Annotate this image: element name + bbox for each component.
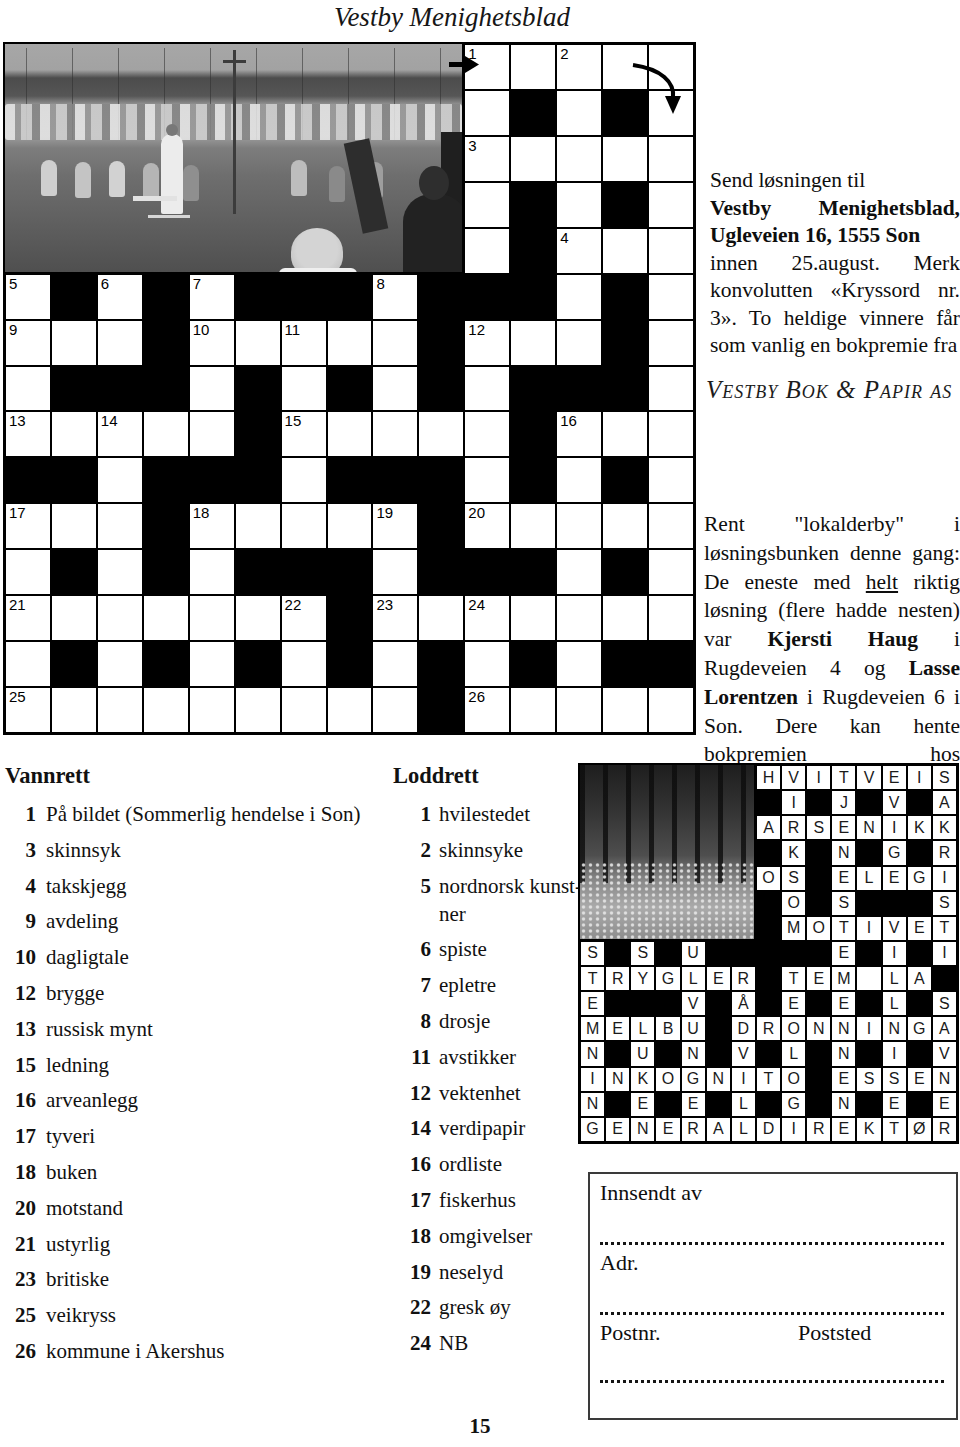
cell-r7c1[interactable]: 9 (5, 320, 51, 366)
cell-r6c9[interactable]: 8 (372, 274, 418, 320)
cell-r8c9[interactable] (372, 366, 418, 412)
cell-r14c15 (648, 641, 694, 687)
cell-r10c8 (327, 457, 373, 503)
cell-r14c10 (418, 641, 464, 687)
cell-r11c12: I (856, 1016, 881, 1041)
cell-r10c4 (143, 457, 189, 503)
cell-r14c9: G (781, 1092, 806, 1117)
cell-r4c14 (602, 182, 648, 228)
grid-number-16: 16 (560, 413, 577, 429)
cell-r13c4: O (655, 1067, 680, 1092)
cell-r10c11[interactable] (464, 457, 510, 503)
cell-r8c15[interactable] (648, 366, 694, 412)
cell-r1c13[interactable]: 2 (556, 44, 602, 90)
solution-letter: N (606, 1068, 629, 1091)
cell-r3c13[interactable] (556, 136, 602, 182)
cell-r10c12 (856, 991, 881, 1016)
cell-r8c14 (907, 941, 932, 966)
cell-r9c8[interactable] (327, 411, 373, 457)
solution-letter: O (656, 1068, 679, 1091)
cell-r14c9[interactable] (372, 641, 418, 687)
cell-r15c5[interactable] (189, 687, 235, 733)
cell-r5c14: G (907, 866, 932, 891)
cell-r15c7[interactable] (281, 687, 327, 733)
solution-letter: K (857, 1118, 880, 1141)
clue-number: 21 (5, 1230, 36, 1258)
cell-r15c6[interactable] (235, 687, 281, 733)
solution-letter: I (883, 942, 906, 965)
cell-r9c3[interactable]: 14 (97, 411, 143, 457)
cell-r14c7[interactable] (281, 641, 327, 687)
cell-r11c14[interactable] (602, 503, 648, 549)
cell-r14c12 (510, 641, 556, 687)
clue-text: avdeling (46, 907, 396, 935)
solution-letter: L (883, 992, 906, 1015)
cell-r9c6 (235, 411, 281, 457)
cell-r12c2 (605, 1041, 630, 1066)
cell-r15c2[interactable] (51, 687, 97, 733)
clue-text: omgivelser (439, 1222, 585, 1250)
cell-r4c15[interactable] (648, 182, 694, 228)
solution-letter: N (807, 1017, 830, 1040)
clue-number: 9 (5, 907, 36, 935)
cell-r13c6[interactable] (235, 595, 281, 641)
solution-letter: I (782, 791, 805, 814)
cell-r14c14 (602, 641, 648, 687)
cell-r11c2[interactable] (51, 503, 97, 549)
cell-r12c1[interactable] (5, 549, 51, 595)
cell-r15c5: R (681, 1117, 706, 1142)
solution-letter: K (782, 841, 805, 864)
down-items: 1hvilestedet2skinnsyke5nordnorsk kunst­n… (393, 800, 585, 1357)
across-clue-3: 3skinnsyk (5, 836, 397, 864)
cell-r10c7[interactable] (281, 457, 327, 503)
cell-r15c3[interactable] (97, 687, 143, 733)
cell-r7c4 (143, 320, 189, 366)
cell-r3c15[interactable] (648, 136, 694, 182)
cell-r10c12 (510, 457, 556, 503)
cell-r13c12[interactable] (510, 595, 556, 641)
name-field-line[interactable] (600, 1242, 944, 1245)
solution-letter: E (581, 992, 604, 1015)
address-field-line[interactable] (600, 1312, 944, 1315)
cell-r8c2 (51, 366, 97, 412)
crossword-puzzle-board[interactable]: 1234567891011121314151617181920212223242… (3, 42, 696, 735)
cell-r10c14 (907, 991, 932, 1016)
solution-letter: I (933, 867, 956, 890)
cell-r8c5[interactable] (189, 366, 235, 412)
cell-r13c9[interactable]: 23 (372, 595, 418, 641)
solution-letter: M (782, 917, 805, 940)
solution-letter: N (832, 1042, 855, 1065)
solution-letter: S (933, 892, 956, 915)
cell-r6c15[interactable] (648, 274, 694, 320)
cell-r15c14[interactable] (602, 687, 648, 733)
solution-letter: G (908, 867, 931, 890)
cell-r1c14: I (907, 765, 932, 790)
cell-r5c13[interactable]: 4 (556, 228, 602, 274)
cell-r14c5[interactable] (189, 641, 235, 687)
down-clue-14: 14verdipapir (393, 1114, 585, 1142)
cell-r11c11[interactable]: 20 (464, 503, 510, 549)
cell-r1c9: V (781, 765, 806, 790)
solution-letter: O (807, 917, 830, 940)
clue-number: 19 (393, 1258, 431, 1286)
down-clue-22: 22gresk øy (393, 1293, 585, 1321)
cell-r9c11[interactable] (464, 411, 510, 457)
cell-r11c15[interactable] (648, 503, 694, 549)
solution-letter: V (782, 766, 805, 789)
entry-form: Innsendt av Adr. Postnr. Poststed (588, 1172, 958, 1420)
cell-r8c12 (856, 941, 881, 966)
cell-r12c4 (143, 549, 189, 595)
cell-r1c13: E (882, 765, 907, 790)
cell-r1c11[interactable]: 1 (464, 44, 510, 90)
cell-r15c4[interactable] (143, 687, 189, 733)
solution-letter: B (656, 1017, 679, 1040)
solution-letter: A (933, 791, 956, 814)
solution-letter: A (908, 967, 931, 990)
cell-r9c10[interactable] (418, 411, 464, 457)
cell-r15c15[interactable] (648, 687, 694, 733)
solution-letter: K (631, 1068, 654, 1091)
cell-r10c15[interactable] (648, 457, 694, 503)
cell-r2c8 (756, 790, 781, 815)
solution-letter: G (908, 1017, 931, 1040)
cell-r14c3[interactable] (97, 641, 143, 687)
cell-r11c5[interactable]: 18 (189, 503, 235, 549)
solution-letter: E (807, 967, 830, 990)
cell-r13c14[interactable] (602, 595, 648, 641)
cell-r2c9: I (781, 790, 806, 815)
clue-text: spiste (439, 935, 585, 963)
solution-letter: E (908, 1068, 931, 1091)
solution-letter: N (933, 1068, 956, 1091)
cell-r9c5[interactable] (189, 411, 235, 457)
clue-number: 14 (393, 1114, 431, 1142)
solution-letter: G (883, 841, 906, 864)
cell-r8c1[interactable] (5, 366, 51, 412)
clue-text: motstand (46, 1194, 396, 1222)
cell-r8c8 (756, 941, 781, 966)
solution-letter: S (832, 892, 855, 915)
page-title: Vestby Menighetsblad (0, 2, 904, 33)
postal-field-line[interactable] (600, 1380, 944, 1383)
cell-r11c14: G (907, 1016, 932, 1041)
cell-r9c4[interactable] (143, 411, 189, 457)
cell-r5c15[interactable] (648, 228, 694, 274)
cell-r13c14: E (907, 1067, 932, 1092)
cell-r2c11: J (831, 790, 856, 815)
cell-r8c11: E (831, 941, 856, 966)
cell-r8c6 (235, 366, 281, 412)
cell-r12c9: L (781, 1041, 806, 1066)
solution-letter: R (732, 967, 755, 990)
cell-r7c7[interactable]: 11 (281, 320, 327, 366)
cell-r15c9[interactable] (372, 687, 418, 733)
cell-r7c15[interactable] (648, 320, 694, 366)
solution-letter: G (581, 1118, 604, 1141)
cell-r10c3[interactable] (97, 457, 143, 503)
solution-letter: S (807, 816, 830, 839)
cell-r7c13[interactable] (556, 320, 602, 366)
solution-letter: I (732, 1068, 755, 1091)
solution-letter: J (832, 791, 855, 814)
solution-letter: V (682, 992, 705, 1015)
solution-letter: H (757, 766, 780, 789)
clue-text: takskjegg (46, 872, 396, 900)
cell-r8c1: S (580, 941, 605, 966)
cell-r5c14[interactable] (602, 228, 648, 274)
cell-r6c13[interactable] (556, 274, 602, 320)
cell-r1c15[interactable] (648, 44, 694, 90)
cell-r14c1[interactable] (5, 641, 51, 687)
cell-r11c12[interactable] (510, 503, 556, 549)
solution-letter: A (707, 1118, 730, 1141)
across-clue-9: 9avdeling (5, 907, 397, 935)
cell-r7c6[interactable] (235, 320, 281, 366)
solution-letter: R (682, 1118, 705, 1141)
cell-r1c12[interactable] (510, 44, 556, 90)
cell-r9c9[interactable] (372, 411, 418, 457)
cell-r12c12 (510, 549, 556, 595)
cell-r13c5[interactable] (189, 595, 235, 641)
cell-r11c1[interactable]: 17 (5, 503, 51, 549)
cell-r10c10 (418, 457, 464, 503)
cell-r9c7[interactable]: 15 (281, 411, 327, 457)
cell-r12c14 (907, 1041, 932, 1066)
cell-r4c8 (756, 840, 781, 865)
cell-r7c2[interactable] (51, 320, 97, 366)
cell-r11c6[interactable] (235, 503, 281, 549)
cell-r9c12 (856, 966, 881, 991)
clue-number: 4 (5, 872, 36, 900)
cell-r13c15[interactable] (648, 595, 694, 641)
across-items: 1På bildet (Sommerlig hendelse i Son)3sk… (5, 800, 397, 1365)
cell-r15c6: A (706, 1117, 731, 1142)
grid-number-26: 26 (468, 689, 485, 705)
solution-letter: I (581, 1068, 604, 1091)
cell-r9c13[interactable]: 16 (556, 411, 602, 457)
solution-letter: I (782, 1118, 805, 1141)
cell-r14c2 (51, 641, 97, 687)
cell-r1c14[interactable] (602, 44, 648, 90)
grid-number-25: 25 (9, 689, 26, 705)
cell-r12c15[interactable] (648, 549, 694, 595)
grid-number-19: 19 (376, 505, 393, 521)
cell-r11c7: D (731, 1016, 756, 1041)
cell-r15c12: K (856, 1117, 881, 1142)
cell-r13c4[interactable] (143, 595, 189, 641)
cell-r3c12[interactable] (510, 136, 556, 182)
cell-r13c7[interactable]: 22 (281, 595, 327, 641)
across-clue-26: 26kommune i Akershus (5, 1337, 397, 1365)
clue-text: russisk mynt (46, 1015, 396, 1043)
cell-r6c1[interactable]: 5 (5, 274, 51, 320)
grid-number-8: 8 (376, 276, 384, 292)
cell-r15c13[interactable] (556, 687, 602, 733)
cell-r9c1[interactable]: 13 (5, 411, 51, 457)
cell-r13c3[interactable] (97, 595, 143, 641)
solution-letter: R (933, 841, 956, 864)
solution-letter: E (883, 867, 906, 890)
cell-r11c10 (418, 503, 464, 549)
solution-letter: N (832, 1017, 855, 1040)
down-clue-12: 12vektenhet (393, 1079, 585, 1107)
form-title: Innsendt av (600, 1180, 702, 1206)
cell-r2c11[interactable] (464, 90, 510, 136)
cell-r10c1: E (580, 991, 605, 1016)
cell-r12c15: V (932, 1041, 957, 1066)
cell-r9c8 (756, 966, 781, 991)
cell-r7c11[interactable]: 12 (464, 320, 510, 366)
cell-r10c9: E (781, 991, 806, 1016)
clue-text: NB (439, 1329, 585, 1357)
solution-letter: T (933, 917, 956, 940)
cell-r7c9[interactable] (372, 320, 418, 366)
cell-r14c11: N (831, 1092, 856, 1117)
mail-address: Vestby Menighetsblad, Ugleveien 16, 1555… (710, 195, 960, 250)
across-clue-17: 17tyveri (5, 1122, 397, 1150)
cell-r2c14 (907, 790, 932, 815)
down-clue-24: 24NB (393, 1329, 585, 1357)
cell-r11c13[interactable] (556, 503, 602, 549)
cell-r12c5: N (681, 1041, 706, 1066)
cell-r15c7: L (731, 1117, 756, 1142)
clue-number: 16 (393, 1150, 431, 1178)
cell-r12c13: I (882, 1041, 907, 1066)
solution-letter: N (832, 841, 855, 864)
cell-r10c3 (630, 991, 655, 1016)
clue-number: 3 (5, 836, 36, 864)
cell-r15c8: D (756, 1117, 781, 1142)
cell-r14c4 (143, 641, 189, 687)
clue-number: 2 (393, 836, 431, 864)
cell-r9c2[interactable] (51, 411, 97, 457)
cell-r10c11: E (831, 991, 856, 1016)
cell-r10c13[interactable] (556, 457, 602, 503)
cell-r14c11[interactable] (464, 641, 510, 687)
cell-r15c8[interactable] (327, 687, 373, 733)
solution-letter: L (857, 867, 880, 890)
cell-r7c3[interactable] (97, 320, 143, 366)
music-gear (344, 138, 389, 233)
cell-r13c13: S (882, 1067, 907, 1092)
cell-r2c10 (806, 790, 831, 815)
cell-r5c9: S (781, 866, 806, 891)
cell-r10c2 (605, 991, 630, 1016)
cell-r11c3[interactable] (97, 503, 143, 549)
cell-r11c4 (143, 503, 189, 549)
cross-pole (233, 50, 236, 214)
clue-text: hvilestedet (439, 800, 585, 828)
cell-r4c13[interactable] (556, 182, 602, 228)
cell-r13c2[interactable] (51, 595, 97, 641)
cell-r3c11[interactable]: 3 (464, 136, 510, 182)
across-clue-1: 1På bildet (Sommerlig hendelse i Son) (5, 800, 397, 828)
cell-r8c7[interactable] (281, 366, 327, 412)
cell-r3c14[interactable] (602, 136, 648, 182)
cell-r12c13[interactable] (556, 549, 602, 595)
cell-r13c11[interactable]: 24 (464, 595, 510, 641)
cell-r11c8[interactable] (327, 503, 373, 549)
cell-r3c13: I (882, 815, 907, 840)
cell-r6c5[interactable]: 7 (189, 274, 235, 320)
cell-r2c15[interactable] (648, 90, 694, 136)
solution-letter: N (581, 1093, 604, 1116)
cell-r14c13[interactable] (556, 641, 602, 687)
cell-r11c11: N (831, 1016, 856, 1041)
cell-r11c9: O (781, 1016, 806, 1041)
cell-r3c12: N (856, 815, 881, 840)
cell-r12c9[interactable] (372, 549, 418, 595)
cell-r4c9: K (781, 840, 806, 865)
cell-r7c8[interactable] (327, 320, 373, 366)
cell-r15c11[interactable]: 26 (464, 687, 510, 733)
cell-r12c3[interactable] (97, 549, 143, 595)
solution-letter: I (908, 766, 931, 789)
cell-r10c13: L (882, 991, 907, 1016)
cell-r10c5 (189, 457, 235, 503)
cell-r13c1[interactable]: 21 (5, 595, 51, 641)
clue-text: kommune i Akershus (46, 1337, 396, 1365)
cell-r15c12[interactable] (510, 687, 556, 733)
cell-r12c5[interactable] (189, 549, 235, 595)
cell-r14c6 (706, 1092, 731, 1117)
cell-r5c11[interactable] (464, 228, 510, 274)
cell-r12c6 (235, 549, 281, 595)
solution-letter: L (732, 1118, 755, 1141)
cell-r6c14 (602, 274, 648, 320)
cell-r9c14[interactable] (602, 411, 648, 457)
cell-r6c15: S (932, 891, 957, 916)
solution-letter: I (807, 766, 830, 789)
clue-number: 1 (5, 800, 36, 828)
solution-letter: L (782, 1042, 805, 1065)
cell-r13c13[interactable] (556, 595, 602, 641)
solution-letter: S (631, 942, 654, 965)
cell-r8c11[interactable] (464, 366, 510, 412)
cell-r15c15: R (932, 1117, 957, 1142)
cell-r15c1: G (580, 1117, 605, 1142)
grid-number-18: 18 (193, 505, 210, 521)
cell-r4c10 (806, 840, 831, 865)
cell-r2c13[interactable] (556, 90, 602, 136)
down-header: Loddrett (393, 763, 585, 789)
cell-r7c5[interactable]: 10 (189, 320, 235, 366)
cell-r13c10[interactable] (418, 595, 464, 641)
cell-r14c2 (605, 1092, 630, 1117)
clue-number: 7 (393, 971, 431, 999)
cell-r15c1[interactable]: 25 (5, 687, 51, 733)
cell-r7c12[interactable] (510, 320, 556, 366)
cell-r10c6 (235, 457, 281, 503)
cell-r9c10: E (806, 966, 831, 991)
grid-number-24: 24 (468, 597, 485, 613)
cell-r9c15[interactable] (648, 411, 694, 457)
cell-r6c3[interactable]: 6 (97, 274, 143, 320)
cell-r7c11: T (831, 916, 856, 941)
cell-r13c9: O (781, 1067, 806, 1092)
cell-r11c9[interactable]: 19 (372, 503, 418, 549)
cell-r4c11[interactable] (464, 182, 510, 228)
across-clue-13: 13russisk mynt (5, 1015, 397, 1043)
cell-r15c13: T (882, 1117, 907, 1142)
clue-number: 25 (5, 1301, 36, 1329)
clue-number: 10 (5, 943, 36, 971)
solution-letter: E (782, 992, 805, 1015)
cell-r11c7[interactable] (281, 503, 327, 549)
